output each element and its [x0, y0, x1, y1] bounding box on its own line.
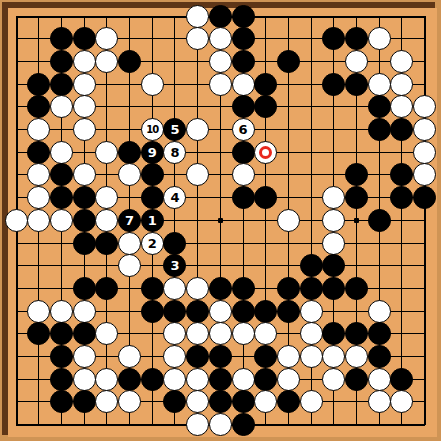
white-stone [232, 73, 255, 96]
white-stone [368, 27, 391, 50]
white-stone [209, 73, 232, 96]
white-stone: 2 [141, 232, 164, 255]
black-stone [209, 345, 232, 368]
white-stone [300, 345, 323, 368]
black-stone [413, 186, 436, 209]
black-stone [345, 277, 368, 300]
black-stone [141, 368, 164, 391]
white-stone [27, 300, 50, 323]
black-stone [345, 368, 368, 391]
black-stone [277, 277, 300, 300]
white-stone [300, 300, 323, 323]
hoshi-point [218, 218, 223, 223]
move-number: 1 [148, 214, 157, 227]
hoshi-point [354, 218, 359, 223]
move-number: 3 [170, 259, 179, 272]
grid-line-h [16, 265, 425, 266]
white-stone [50, 209, 73, 232]
black-stone [232, 5, 255, 28]
black-stone [141, 300, 164, 323]
black-stone [300, 277, 323, 300]
black-stone [368, 95, 391, 118]
white-stone [209, 50, 232, 73]
black-stone [232, 95, 255, 118]
white-stone [390, 73, 413, 96]
black-stone [141, 277, 164, 300]
black-stone [118, 141, 141, 164]
black-stone [277, 390, 300, 413]
black-stone [300, 254, 323, 277]
move-number: 6 [238, 123, 247, 136]
white-stone [232, 368, 255, 391]
white-stone [73, 118, 96, 141]
black-stone [232, 413, 255, 436]
red-circle-marker [259, 146, 272, 159]
white-stone [368, 368, 391, 391]
black-stone [232, 27, 255, 50]
black-stone [50, 368, 73, 391]
white-stone: 6 [232, 118, 255, 141]
move-number: 7 [125, 214, 134, 227]
white-stone [277, 368, 300, 391]
move-number: 8 [170, 146, 179, 159]
white-stone [95, 368, 118, 391]
white-stone [209, 413, 232, 436]
black-stone [163, 232, 186, 255]
white-stone [322, 368, 345, 391]
black-stone: 1 [141, 209, 164, 232]
black-stone [50, 345, 73, 368]
black-stone [277, 300, 300, 323]
white-stone [118, 232, 141, 255]
black-stone [209, 277, 232, 300]
black-stone [322, 73, 345, 96]
white-stone [73, 50, 96, 73]
black-stone [209, 5, 232, 28]
white-stone [300, 322, 323, 345]
white-stone [73, 300, 96, 323]
black-stone [50, 73, 73, 96]
white-stone [368, 300, 391, 323]
white-stone [232, 322, 255, 345]
black-stone [254, 300, 277, 323]
white-stone [5, 209, 28, 232]
white-stone [73, 345, 96, 368]
black-stone [368, 322, 391, 345]
move-number: 4 [170, 191, 179, 204]
white-stone [186, 368, 209, 391]
white-stone [322, 209, 345, 232]
white-stone [118, 345, 141, 368]
white-stone [209, 300, 232, 323]
black-stone [232, 390, 255, 413]
white-stone [186, 277, 209, 300]
black-stone [186, 300, 209, 323]
black-stone [232, 300, 255, 323]
black-stone [232, 186, 255, 209]
white-stone [413, 118, 436, 141]
grid-line-v [424, 16, 426, 425]
white-stone [300, 390, 323, 413]
black-stone [322, 277, 345, 300]
black-stone [368, 345, 391, 368]
black-stone [368, 209, 391, 232]
white-stone [50, 141, 73, 164]
black-stone [277, 50, 300, 73]
white-stone [368, 390, 391, 413]
black-stone [209, 368, 232, 391]
black-stone [232, 141, 255, 164]
white-stone [232, 163, 255, 186]
white-stone [277, 209, 300, 232]
black-stone [345, 186, 368, 209]
white-stone [277, 345, 300, 368]
black-stone [95, 232, 118, 255]
black-stone: 7 [118, 209, 141, 232]
black-stone [390, 368, 413, 391]
white-stone [209, 322, 232, 345]
move-number: 9 [148, 146, 157, 159]
black-stone [345, 73, 368, 96]
white-stone: 10 [141, 118, 164, 141]
move-number: 10 [146, 125, 158, 135]
black-stone [368, 118, 391, 141]
black-stone [73, 277, 96, 300]
white-stone [254, 141, 277, 164]
black-stone [73, 390, 96, 413]
black-stone: 9 [141, 141, 164, 164]
black-stone [209, 390, 232, 413]
white-stone [413, 141, 436, 164]
move-number: 5 [170, 123, 179, 136]
black-stone [232, 277, 255, 300]
white-stone [186, 413, 209, 436]
black-stone [141, 186, 164, 209]
black-stone [73, 186, 96, 209]
black-stone [163, 300, 186, 323]
black-stone [73, 232, 96, 255]
white-stone [73, 368, 96, 391]
white-stone [322, 345, 345, 368]
black-stone [73, 322, 96, 345]
white-stone [186, 5, 209, 28]
black-stone [254, 73, 277, 96]
white-stone [141, 73, 164, 96]
white-stone [73, 73, 96, 96]
move-number: 2 [148, 237, 157, 250]
black-stone [186, 345, 209, 368]
go-diagram: 10569847123 [0, 0, 441, 441]
black-stone [73, 209, 96, 232]
black-stone [232, 50, 255, 73]
black-stone [118, 368, 141, 391]
white-stone [163, 368, 186, 391]
black-stone [254, 368, 277, 391]
white-stone [345, 50, 368, 73]
black-stone [254, 345, 277, 368]
white-stone [322, 232, 345, 255]
white-stone [50, 300, 73, 323]
black-stone [345, 322, 368, 345]
white-stone [345, 345, 368, 368]
white-stone [368, 73, 391, 96]
